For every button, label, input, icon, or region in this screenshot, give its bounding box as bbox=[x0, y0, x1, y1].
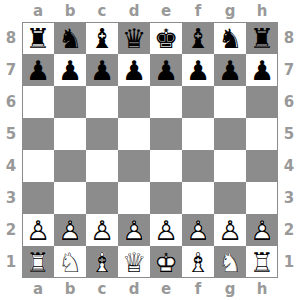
white-piece-outline-glyph: ♗ bbox=[90, 249, 114, 276]
rank-label-4: 4 bbox=[278, 150, 300, 182]
file-label-f: f bbox=[182, 0, 214, 22]
square-a8[interactable]: ♜ bbox=[22, 22, 54, 54]
rank-label-7: 7 bbox=[0, 54, 22, 86]
square-c5[interactable] bbox=[86, 118, 118, 150]
white-piece-outline-glyph: ♙ bbox=[90, 217, 114, 244]
square-e4[interactable] bbox=[150, 150, 182, 182]
white-piece-outline-glyph: ♙ bbox=[218, 217, 242, 244]
square-b7[interactable]: ♟ bbox=[54, 54, 86, 86]
square-c7[interactable]: ♟ bbox=[86, 54, 118, 86]
square-f4[interactable] bbox=[182, 150, 214, 182]
corner-top-left bbox=[0, 0, 22, 22]
black-piece-glyph: ♜ bbox=[250, 25, 274, 52]
piece-black-pawn[interactable]: ♟ bbox=[154, 57, 178, 84]
square-e8[interactable]: ♚ bbox=[150, 22, 182, 54]
square-g7[interactable]: ♟ bbox=[214, 54, 246, 86]
square-a3[interactable] bbox=[22, 182, 54, 214]
rank-label-6: 6 bbox=[278, 86, 300, 118]
black-piece-glyph: ♝ bbox=[186, 25, 210, 52]
white-piece-outline-glyph: ♙ bbox=[122, 217, 146, 244]
piece-black-knight[interactable]: ♞ bbox=[58, 25, 82, 52]
white-piece-outline-glyph: ♘ bbox=[58, 249, 82, 276]
piece-white-pawn[interactable]: ♟♙ bbox=[26, 217, 50, 244]
rank-label-4: 4 bbox=[0, 150, 22, 182]
white-piece-outline-glyph: ♙ bbox=[58, 217, 82, 244]
square-e2[interactable]: ♟♙ bbox=[150, 214, 182, 246]
file-labels-top: abcdefgh bbox=[22, 0, 278, 22]
square-d6[interactable] bbox=[118, 86, 150, 118]
piece-white-pawn[interactable]: ♟♙ bbox=[90, 217, 114, 244]
square-g6[interactable] bbox=[214, 86, 246, 118]
piece-white-king[interactable]: ♚♔ bbox=[154, 249, 178, 276]
square-f2[interactable]: ♟♙ bbox=[182, 214, 214, 246]
square-c6[interactable] bbox=[86, 86, 118, 118]
chess-diagram: abcdefgh 87654321 ♜♞♝♛♚♝♞♜♟♟♟♟♟♟♟♟♟♙♟♙♟♙… bbox=[0, 0, 300, 300]
black-piece-glyph: ♛ bbox=[122, 25, 146, 52]
square-g2[interactable]: ♟♙ bbox=[214, 214, 246, 246]
square-d1[interactable]: ♛♕ bbox=[118, 246, 150, 278]
white-piece-outline-glyph: ♗ bbox=[186, 249, 210, 276]
piece-black-knight[interactable]: ♞ bbox=[218, 25, 242, 52]
file-label-b: b bbox=[54, 0, 86, 22]
square-h7[interactable]: ♟ bbox=[246, 54, 278, 86]
square-h3[interactable] bbox=[246, 182, 278, 214]
white-piece-outline-glyph: ♔ bbox=[154, 249, 178, 276]
square-a2[interactable]: ♟♙ bbox=[22, 214, 54, 246]
black-piece-glyph: ♟ bbox=[154, 57, 178, 84]
file-label-c: c bbox=[86, 278, 118, 300]
square-b2[interactable]: ♟♙ bbox=[54, 214, 86, 246]
white-piece-outline-glyph: ♙ bbox=[154, 217, 178, 244]
square-h8[interactable]: ♜ bbox=[246, 22, 278, 54]
piece-black-rook[interactable]: ♜ bbox=[26, 25, 50, 52]
black-piece-glyph: ♟ bbox=[250, 57, 274, 84]
square-h4[interactable] bbox=[246, 150, 278, 182]
square-d7[interactable]: ♟ bbox=[118, 54, 150, 86]
piece-white-pawn[interactable]: ♟♙ bbox=[250, 217, 274, 244]
rank-label-2: 2 bbox=[0, 214, 22, 246]
piece-black-bishop[interactable]: ♝ bbox=[186, 25, 210, 52]
black-piece-glyph: ♚ bbox=[154, 25, 178, 52]
square-f6[interactable] bbox=[182, 86, 214, 118]
file-label-e: e bbox=[150, 278, 182, 300]
square-f1[interactable]: ♝♗ bbox=[182, 246, 214, 278]
white-piece-outline-glyph: ♙ bbox=[26, 217, 50, 244]
square-b1[interactable]: ♞♘ bbox=[54, 246, 86, 278]
square-b5[interactable] bbox=[54, 118, 86, 150]
piece-white-bishop[interactable]: ♝♗ bbox=[186, 249, 210, 276]
square-c4[interactable] bbox=[86, 150, 118, 182]
black-piece-glyph: ♞ bbox=[218, 25, 242, 52]
square-h5[interactable] bbox=[246, 118, 278, 150]
black-piece-glyph: ♜ bbox=[26, 25, 50, 52]
square-f7[interactable]: ♟ bbox=[182, 54, 214, 86]
piece-black-pawn[interactable]: ♟ bbox=[26, 57, 50, 84]
square-c2[interactable]: ♟♙ bbox=[86, 214, 118, 246]
piece-black-pawn[interactable]: ♟ bbox=[90, 57, 114, 84]
chess-board: ♜♞♝♛♚♝♞♜♟♟♟♟♟♟♟♟♟♙♟♙♟♙♟♙♟♙♟♙♟♙♟♙♜♖♞♘♝♗♛♕… bbox=[22, 22, 278, 278]
square-e7[interactable]: ♟ bbox=[150, 54, 182, 86]
piece-white-knight[interactable]: ♞♘ bbox=[218, 249, 242, 276]
black-piece-glyph: ♟ bbox=[186, 57, 210, 84]
rank-label-3: 3 bbox=[278, 182, 300, 214]
piece-white-rook[interactable]: ♜♖ bbox=[250, 249, 274, 276]
piece-black-queen[interactable]: ♛ bbox=[122, 25, 146, 52]
square-a4[interactable] bbox=[22, 150, 54, 182]
file-label-f: f bbox=[182, 278, 214, 300]
file-label-b: b bbox=[54, 278, 86, 300]
piece-white-queen[interactable]: ♛♕ bbox=[122, 249, 146, 276]
square-e1[interactable]: ♚♔ bbox=[150, 246, 182, 278]
square-a5[interactable] bbox=[22, 118, 54, 150]
square-c8[interactable]: ♝ bbox=[86, 22, 118, 54]
square-b3[interactable] bbox=[54, 182, 86, 214]
square-d2[interactable]: ♟♙ bbox=[118, 214, 150, 246]
rank-label-6: 6 bbox=[0, 86, 22, 118]
piece-black-pawn[interactable]: ♟ bbox=[122, 57, 146, 84]
square-g8[interactable]: ♞ bbox=[214, 22, 246, 54]
rank-labels-right: 87654321 bbox=[278, 22, 300, 278]
square-e5[interactable] bbox=[150, 118, 182, 150]
square-f3[interactable] bbox=[182, 182, 214, 214]
piece-white-rook[interactable]: ♜♖ bbox=[26, 249, 50, 276]
piece-black-pawn[interactable]: ♟ bbox=[250, 57, 274, 84]
piece-white-pawn[interactable]: ♟♙ bbox=[154, 217, 178, 244]
square-f5[interactable] bbox=[182, 118, 214, 150]
piece-black-rook[interactable]: ♜ bbox=[250, 25, 274, 52]
black-piece-glyph: ♟ bbox=[58, 57, 82, 84]
black-piece-glyph: ♞ bbox=[58, 25, 82, 52]
rank-labels-left: 87654321 bbox=[0, 22, 22, 278]
black-piece-glyph: ♝ bbox=[90, 25, 114, 52]
file-labels-bottom: abcdefgh bbox=[22, 278, 278, 300]
black-piece-glyph: ♟ bbox=[26, 57, 50, 84]
piece-black-pawn[interactable]: ♟ bbox=[218, 57, 242, 84]
rank-label-1: 1 bbox=[0, 246, 22, 278]
file-label-d: d bbox=[118, 278, 150, 300]
piece-white-bishop[interactable]: ♝♗ bbox=[90, 249, 114, 276]
square-h2[interactable]: ♟♙ bbox=[246, 214, 278, 246]
file-label-e: e bbox=[150, 0, 182, 22]
square-d8[interactable]: ♛ bbox=[118, 22, 150, 54]
corner-bottom-right bbox=[278, 278, 300, 300]
square-f8[interactable]: ♝ bbox=[182, 22, 214, 54]
rank-label-5: 5 bbox=[278, 118, 300, 150]
square-c3[interactable] bbox=[86, 182, 118, 214]
file-label-g: g bbox=[214, 0, 246, 22]
rank-label-8: 8 bbox=[278, 22, 300, 54]
square-g4[interactable] bbox=[214, 150, 246, 182]
piece-black-king[interactable]: ♚ bbox=[154, 25, 178, 52]
rank-label-8: 8 bbox=[0, 22, 22, 54]
square-d3[interactable] bbox=[118, 182, 150, 214]
file-label-h: h bbox=[246, 278, 278, 300]
rank-label-1: 1 bbox=[278, 246, 300, 278]
square-a1[interactable]: ♜♖ bbox=[22, 246, 54, 278]
square-c1[interactable]: ♝♗ bbox=[86, 246, 118, 278]
white-piece-outline-glyph: ♙ bbox=[250, 217, 274, 244]
file-label-g: g bbox=[214, 278, 246, 300]
piece-white-pawn[interactable]: ♟♙ bbox=[218, 217, 242, 244]
white-piece-outline-glyph: ♘ bbox=[218, 249, 242, 276]
white-piece-outline-glyph: ♕ bbox=[122, 249, 146, 276]
piece-white-pawn[interactable]: ♟♙ bbox=[58, 217, 82, 244]
square-a6[interactable] bbox=[22, 86, 54, 118]
rank-label-3: 3 bbox=[0, 182, 22, 214]
white-piece-outline-glyph: ♙ bbox=[186, 217, 210, 244]
file-label-d: d bbox=[118, 0, 150, 22]
square-d5[interactable] bbox=[118, 118, 150, 150]
square-e6[interactable] bbox=[150, 86, 182, 118]
file-label-a: a bbox=[22, 278, 54, 300]
corner-bottom-left bbox=[0, 278, 22, 300]
rank-label-2: 2 bbox=[278, 214, 300, 246]
piece-black-bishop[interactable]: ♝ bbox=[90, 25, 114, 52]
square-h1[interactable]: ♜♖ bbox=[246, 246, 278, 278]
white-piece-outline-glyph: ♖ bbox=[26, 249, 50, 276]
square-d4[interactable] bbox=[118, 150, 150, 182]
piece-white-pawn[interactable]: ♟♙ bbox=[186, 217, 210, 244]
square-a7[interactable]: ♟ bbox=[22, 54, 54, 86]
black-piece-glyph: ♟ bbox=[218, 57, 242, 84]
piece-white-knight[interactable]: ♞♘ bbox=[58, 249, 82, 276]
square-e3[interactable] bbox=[150, 182, 182, 214]
white-piece-outline-glyph: ♖ bbox=[250, 249, 274, 276]
square-b6[interactable] bbox=[54, 86, 86, 118]
black-piece-glyph: ♟ bbox=[122, 57, 146, 84]
file-label-h: h bbox=[246, 0, 278, 22]
square-b8[interactable]: ♞ bbox=[54, 22, 86, 54]
rank-label-7: 7 bbox=[278, 54, 300, 86]
file-label-c: c bbox=[86, 0, 118, 22]
square-b4[interactable] bbox=[54, 150, 86, 182]
piece-white-pawn[interactable]: ♟♙ bbox=[122, 217, 146, 244]
square-h6[interactable] bbox=[246, 86, 278, 118]
square-g5[interactable] bbox=[214, 118, 246, 150]
file-label-a: a bbox=[22, 0, 54, 22]
square-g3[interactable] bbox=[214, 182, 246, 214]
piece-black-pawn[interactable]: ♟ bbox=[186, 57, 210, 84]
rank-label-5: 5 bbox=[0, 118, 22, 150]
piece-black-pawn[interactable]: ♟ bbox=[58, 57, 82, 84]
square-g1[interactable]: ♞♘ bbox=[214, 246, 246, 278]
black-piece-glyph: ♟ bbox=[90, 57, 114, 84]
corner-top-right bbox=[278, 0, 300, 22]
